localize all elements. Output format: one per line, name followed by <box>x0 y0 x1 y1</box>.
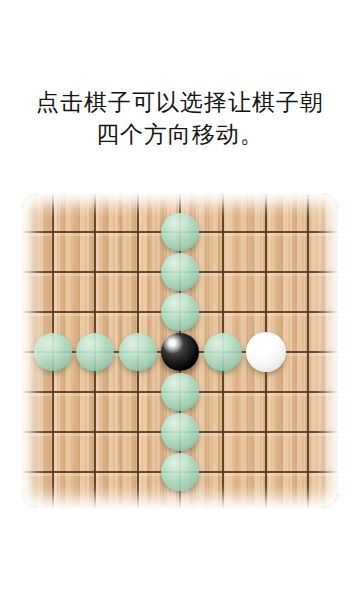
move-target[interactable] <box>34 333 72 371</box>
stone-white[interactable] <box>246 332 286 372</box>
move-target[interactable] <box>204 333 242 371</box>
move-target[interactable] <box>161 453 199 491</box>
move-target[interactable] <box>119 333 157 371</box>
tutorial-screen: 点击棋子可以选择让棋子朝 四个方向移动。 <box>0 0 360 600</box>
move-target[interactable] <box>161 373 199 411</box>
move-target[interactable] <box>76 333 114 371</box>
move-target[interactable] <box>161 413 199 451</box>
stone-black[interactable] <box>161 333 199 371</box>
tutorial-text: 点击棋子可以选择让棋子朝 四个方向移动。 <box>0 86 360 150</box>
move-target[interactable] <box>161 253 199 291</box>
tutorial-text-line1: 点击棋子可以选择让棋子朝 <box>0 86 360 118</box>
tutorial-text-line2: 四个方向移动。 <box>0 118 360 150</box>
game-board <box>22 194 338 508</box>
move-target[interactable] <box>161 213 199 251</box>
move-target[interactable] <box>161 293 199 331</box>
